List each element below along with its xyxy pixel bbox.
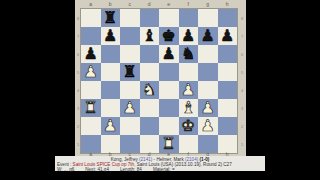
- square-e3[interactable]: [159, 99, 179, 117]
- rank-label-3: 3: [240, 99, 245, 117]
- piece-white-pawn[interactable]: ♟: [123, 100, 137, 116]
- square-g8[interactable]: [198, 9, 218, 27]
- square-b6[interactable]: [101, 45, 121, 63]
- square-d3[interactable]: [140, 99, 160, 117]
- file-label-d: d: [140, 1, 160, 8]
- length-label: Length:: [120, 167, 135, 172]
- square-g5[interactable]: [198, 63, 218, 81]
- square-a6[interactable]: ♟: [81, 45, 101, 63]
- piece-black-pawn[interactable]: ♟: [201, 28, 215, 44]
- move-label: W:: [57, 167, 63, 172]
- piece-black-rook[interactable]: ♜: [103, 10, 117, 26]
- square-g7[interactable]: ♟: [198, 27, 218, 45]
- square-b7[interactable]: ♟: [101, 27, 121, 45]
- square-e7[interactable]: ♚: [159, 27, 179, 45]
- event-details: Saint Louis (USA) (2013.10.19), Round 2): [137, 162, 222, 167]
- caption-strip: Kong, Jeffrey (2141) - Helmer, Mark (210…: [55, 156, 265, 171]
- piece-black-rook[interactable]: ♜: [123, 64, 137, 80]
- rank-labels-right: 87654321: [240, 9, 245, 153]
- piece-white-pawn[interactable]: ♟: [201, 100, 215, 116]
- square-a8[interactable]: [81, 9, 101, 27]
- square-a5[interactable]: ♟: [81, 63, 101, 81]
- square-d8[interactable]: [140, 9, 160, 27]
- square-b8[interactable]: ♜: [101, 9, 121, 27]
- rank-label-5: 5: [240, 63, 245, 81]
- piece-white-knight[interactable]: ♞: [142, 82, 156, 98]
- next-value: 41.g4: [97, 167, 109, 172]
- piece-black-bishop[interactable]: ♝: [142, 28, 156, 44]
- square-d2[interactable]: [140, 117, 160, 135]
- square-e4[interactable]: [159, 81, 179, 99]
- move-value: ... g6: [64, 167, 74, 172]
- square-c2[interactable]: [120, 117, 140, 135]
- file-label-f: f: [179, 1, 199, 8]
- rank-label-7: 7: [76, 27, 81, 45]
- piece-black-knight[interactable]: ♞: [181, 46, 195, 62]
- square-f8[interactable]: [179, 9, 199, 27]
- piece-black-pawn[interactable]: ♟: [181, 28, 195, 44]
- rank-label-8: 8: [76, 9, 81, 27]
- square-c6[interactable]: [120, 45, 140, 63]
- piece-white-bishop[interactable]: ♝: [181, 100, 195, 116]
- square-g3[interactable]: ♟: [198, 99, 218, 117]
- square-f6[interactable]: ♞: [179, 45, 199, 63]
- square-f2[interactable]: ♚: [179, 117, 199, 135]
- piece-white-pawn[interactable]: ♟: [84, 64, 98, 80]
- length-value: 84: [137, 167, 142, 172]
- piece-black-king[interactable]: ♚: [162, 28, 176, 44]
- material-label: Material:: [153, 167, 171, 172]
- square-c8[interactable]: [120, 9, 140, 27]
- rank-label-1: 1: [240, 135, 245, 153]
- rank-label-7: 7: [240, 27, 245, 45]
- piece-black-pawn[interactable]: ♟: [162, 46, 176, 62]
- square-a7[interactable]: [81, 27, 101, 45]
- square-f5[interactable]: [179, 63, 199, 81]
- piece-black-pawn[interactable]: ♟: [103, 28, 117, 44]
- square-g6[interactable]: [198, 45, 218, 63]
- square-f3[interactable]: ♝: [179, 99, 199, 117]
- square-h8[interactable]: [218, 9, 238, 27]
- rank-label-8: 8: [240, 9, 245, 27]
- eco-code: C27: [223, 162, 231, 167]
- piece-black-pawn[interactable]: ♟: [84, 46, 98, 62]
- square-h5[interactable]: [218, 63, 238, 81]
- square-g2[interactable]: ♟: [198, 117, 218, 135]
- square-a4[interactable]: [81, 81, 101, 99]
- board-frame: abcdefgh 87654321 87654321 ♜♟♝♚♟♟♟♟♟♞♟♜♞…: [75, 0, 246, 157]
- piece-white-pawn[interactable]: ♟: [181, 82, 195, 98]
- rank-label-2: 2: [240, 117, 245, 135]
- rank-label-5: 5: [76, 63, 81, 81]
- square-a3[interactable]: ♜: [81, 99, 101, 117]
- piece-white-rook[interactable]: ♜: [162, 136, 176, 152]
- video-frame: abcdefgh 87654321 87654321 ♜♟♝♚♟♟♟♟♟♞♟♜♞…: [0, 0, 320, 180]
- square-d6[interactable]: [140, 45, 160, 63]
- piece-white-pawn[interactable]: ♟: [103, 118, 117, 134]
- rank-label-6: 6: [76, 45, 81, 63]
- material-value: =: [172, 167, 175, 172]
- square-b4[interactable]: [101, 81, 121, 99]
- square-h4[interactable]: [218, 81, 238, 99]
- square-h2[interactable]: [218, 117, 238, 135]
- square-d4[interactable]: ♞: [140, 81, 160, 99]
- square-c5[interactable]: ♜: [120, 63, 140, 81]
- status-line: W: ... g6 Next: 41.g4 Length: 84 Materia…: [55, 167, 265, 172]
- rank-label-6: 6: [240, 45, 245, 63]
- square-f7[interactable]: ♟: [179, 27, 199, 45]
- square-e5[interactable]: [159, 63, 179, 81]
- file-label-h: h: [218, 1, 238, 8]
- rank-label-3: 3: [76, 99, 81, 117]
- square-g4[interactable]: [198, 81, 218, 99]
- rank-labels-left: 87654321: [76, 9, 81, 153]
- piece-white-rook[interactable]: ♜: [84, 100, 98, 116]
- piece-white-king[interactable]: ♚: [181, 118, 195, 134]
- file-label-e: e: [159, 1, 179, 8]
- square-b2[interactable]: ♟: [101, 117, 121, 135]
- square-c4[interactable]: [120, 81, 140, 99]
- square-e6[interactable]: ♟: [159, 45, 179, 63]
- rank-label-2: 2: [76, 117, 81, 135]
- next-label: Next:: [85, 167, 96, 172]
- rank-label-4: 4: [240, 81, 245, 99]
- square-e2[interactable]: [159, 117, 179, 135]
- square-a2[interactable]: [81, 117, 101, 135]
- file-label-a: a: [81, 1, 101, 8]
- square-f4[interactable]: ♟: [179, 81, 199, 99]
- square-b3[interactable]: [101, 99, 121, 117]
- square-c7[interactable]: [120, 27, 140, 45]
- square-d7[interactable]: ♝: [140, 27, 160, 45]
- chess-board[interactable]: ♜♟♝♚♟♟♟♟♟♞♟♜♞♟♜♟♝♟♟♚♟♜: [81, 9, 237, 153]
- square-h6[interactable]: [218, 45, 238, 63]
- square-h3[interactable]: [218, 99, 238, 117]
- piece-black-pawn[interactable]: ♟: [220, 28, 234, 44]
- square-d5[interactable]: [140, 63, 160, 81]
- rank-label-4: 4: [76, 81, 81, 99]
- square-c3[interactable]: ♟: [120, 99, 140, 117]
- file-label-g: g: [198, 1, 218, 8]
- file-label-c: c: [120, 1, 140, 8]
- rank-label-1: 1: [76, 135, 81, 153]
- square-b5[interactable]: [101, 63, 121, 81]
- square-h7[interactable]: ♟: [218, 27, 238, 45]
- piece-white-pawn[interactable]: ♟: [201, 118, 215, 134]
- square-e8[interactable]: [159, 9, 179, 27]
